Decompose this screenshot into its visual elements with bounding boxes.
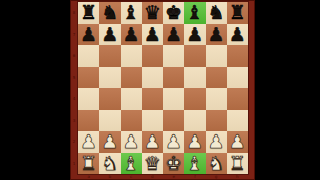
piece-black-king: ♚ (165, 3, 182, 22)
square-f6[interactable] (184, 45, 205, 67)
file-labels: abcdefgh (78, 174, 248, 180)
piece-black-knight: ♞ (208, 3, 225, 22)
square-b1[interactable]: ♞ (99, 153, 120, 175)
square-h7[interactable]: ♟ (227, 24, 248, 46)
piece-white-rook: ♜ (80, 153, 97, 172)
square-a3[interactable] (78, 110, 99, 132)
square-g1[interactable]: ♞ (206, 153, 227, 175)
square-c3[interactable] (121, 110, 142, 132)
square-e4[interactable] (163, 88, 184, 110)
square-h3[interactable] (227, 110, 248, 132)
square-d5[interactable] (142, 67, 163, 89)
piece-white-pawn: ♟ (144, 132, 161, 151)
piece-white-pawn: ♟ (123, 132, 140, 151)
square-c6[interactable] (121, 45, 142, 67)
square-f3[interactable] (184, 110, 205, 132)
rank-label-2: 2 (70, 131, 78, 153)
square-b5[interactable] (99, 67, 120, 89)
piece-white-knight: ♞ (208, 153, 225, 172)
piece-black-pawn: ♟ (144, 24, 161, 43)
piece-black-pawn: ♟ (186, 24, 203, 43)
square-g6[interactable] (206, 45, 227, 67)
square-a2[interactable]: ♟ (78, 131, 99, 153)
piece-white-rook: ♜ (229, 153, 246, 172)
piece-black-queen: ♛ (144, 3, 161, 22)
square-e3[interactable] (163, 110, 184, 132)
rank-label-8: 8 (70, 2, 78, 24)
rank-label-1: 1 (70, 153, 78, 175)
square-b8[interactable]: ♞ (99, 2, 120, 24)
square-e7[interactable]: ♟ (163, 24, 184, 46)
square-g8[interactable]: ♞ (206, 2, 227, 24)
square-g5[interactable] (206, 67, 227, 89)
file-label-f: f (184, 174, 205, 180)
piece-white-bishop: ♝ (123, 153, 140, 172)
file-label-e: e (163, 174, 184, 180)
file-label-c: c (121, 174, 142, 180)
square-f4[interactable] (184, 88, 205, 110)
square-g7[interactable]: ♟ (206, 24, 227, 46)
square-d7[interactable]: ♟ (142, 24, 163, 46)
video-frame: 87654321 abcdefgh ♜♞♝♛♚♝♞♜♟♟♟♟♟♟♟♟♟♟♟♟♟♟… (0, 0, 320, 180)
piece-black-rook: ♜ (80, 3, 97, 22)
square-d6[interactable] (142, 45, 163, 67)
square-c2[interactable]: ♟ (121, 131, 142, 153)
square-f1[interactable]: ♝ (184, 153, 205, 175)
square-a4[interactable] (78, 88, 99, 110)
square-h4[interactable] (227, 88, 248, 110)
piece-white-bishop: ♝ (186, 153, 203, 172)
piece-white-pawn: ♟ (229, 132, 246, 151)
square-f2[interactable]: ♟ (184, 131, 205, 153)
square-c5[interactable] (121, 67, 142, 89)
square-c7[interactable]: ♟ (121, 24, 142, 46)
piece-white-pawn: ♟ (208, 132, 225, 151)
file-label-b: b (99, 174, 120, 180)
chess-board-frame: 87654321 abcdefgh ♜♞♝♛♚♝♞♜♟♟♟♟♟♟♟♟♟♟♟♟♟♟… (70, 0, 255, 180)
square-h2[interactable]: ♟ (227, 131, 248, 153)
square-b3[interactable] (99, 110, 120, 132)
piece-black-pawn: ♟ (208, 24, 225, 43)
square-c1[interactable]: ♝ (121, 153, 142, 175)
rank-label-7: 7 (70, 24, 78, 46)
square-e6[interactable] (163, 45, 184, 67)
rank-label-4: 4 (70, 88, 78, 110)
square-f8[interactable]: ♝ (184, 2, 205, 24)
square-a7[interactable]: ♟ (78, 24, 99, 46)
rank-label-6: 6 (70, 45, 78, 67)
square-h8[interactable]: ♜ (227, 2, 248, 24)
piece-black-pawn: ♟ (165, 24, 182, 43)
file-label-d: d (142, 174, 163, 180)
square-h5[interactable] (227, 67, 248, 89)
piece-white-king: ♚ (165, 153, 182, 172)
square-c4[interactable] (121, 88, 142, 110)
square-d4[interactable] (142, 88, 163, 110)
file-label-h: h (227, 174, 248, 180)
square-f5[interactable] (184, 67, 205, 89)
square-b6[interactable] (99, 45, 120, 67)
square-h1[interactable]: ♜ (227, 153, 248, 175)
square-c8[interactable]: ♝ (121, 2, 142, 24)
piece-white-pawn: ♟ (165, 132, 182, 151)
rank-labels: 87654321 (70, 2, 78, 174)
piece-black-bishop: ♝ (186, 3, 203, 22)
square-g3[interactable] (206, 110, 227, 132)
file-label-a: a (78, 174, 99, 180)
piece-white-pawn: ♟ (101, 132, 118, 151)
square-d2[interactable]: ♟ (142, 131, 163, 153)
piece-black-pawn: ♟ (80, 24, 97, 43)
board-grid: ♜♞♝♛♚♝♞♜♟♟♟♟♟♟♟♟♟♟♟♟♟♟♟♟♜♞♝♛♚♝♞♜ (78, 2, 248, 174)
square-a8[interactable]: ♜ (78, 2, 99, 24)
piece-black-rook: ♜ (229, 3, 246, 22)
square-a1[interactable]: ♜ (78, 153, 99, 175)
square-h6[interactable] (227, 45, 248, 67)
piece-black-pawn: ♟ (123, 24, 140, 43)
file-label-g: g (206, 174, 227, 180)
square-g4[interactable] (206, 88, 227, 110)
piece-white-pawn: ♟ (80, 132, 97, 151)
piece-black-pawn: ♟ (101, 24, 118, 43)
square-e2[interactable]: ♟ (163, 131, 184, 153)
square-b7[interactable]: ♟ (99, 24, 120, 46)
piece-black-knight: ♞ (101, 3, 118, 22)
square-b4[interactable] (99, 88, 120, 110)
square-d8[interactable]: ♛ (142, 2, 163, 24)
square-g2[interactable]: ♟ (206, 131, 227, 153)
square-a6[interactable] (78, 45, 99, 67)
square-e8[interactable]: ♚ (163, 2, 184, 24)
square-e5[interactable] (163, 67, 184, 89)
piece-white-queen: ♛ (144, 153, 161, 172)
square-d1[interactable]: ♛ (142, 153, 163, 175)
square-d3[interactable] (142, 110, 163, 132)
piece-black-bishop: ♝ (123, 3, 140, 22)
rank-label-5: 5 (70, 67, 78, 89)
piece-black-pawn: ♟ (229, 24, 246, 43)
square-f7[interactable]: ♟ (184, 24, 205, 46)
piece-white-knight: ♞ (101, 153, 118, 172)
rank-label-3: 3 (70, 110, 78, 132)
square-a5[interactable] (78, 67, 99, 89)
square-b2[interactable]: ♟ (99, 131, 120, 153)
letterbox-right (255, 0, 320, 180)
letterbox-left (0, 0, 70, 180)
piece-white-pawn: ♟ (186, 132, 203, 151)
square-e1[interactable]: ♚ (163, 153, 184, 175)
